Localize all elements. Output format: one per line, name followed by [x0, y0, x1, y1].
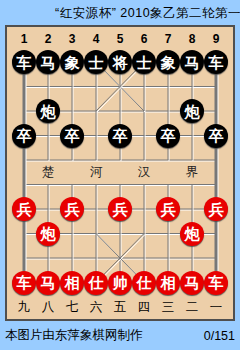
black-piece-p: 卒 [156, 124, 180, 148]
river-char: 汉 [138, 164, 151, 181]
red-piece-b: 相 [156, 271, 180, 295]
black-piece-n: 马 [180, 50, 204, 74]
file-label: 4 [93, 32, 100, 46]
file-label: 三 [162, 299, 175, 316]
file-label: 8 [189, 32, 196, 46]
black-piece-n: 马 [36, 50, 60, 74]
black-piece-b: 象 [60, 50, 84, 74]
file-label: 2 [45, 32, 52, 46]
credit-text: 本图片由东萍象棋网制作 [5, 327, 143, 344]
black-piece-c: 炮 [180, 99, 204, 123]
red-piece-b: 相 [60, 271, 84, 295]
black-piece-a: 士 [84, 50, 108, 74]
file-label: 9 [213, 32, 220, 46]
red-piece-a: 仕 [132, 271, 156, 295]
file-label: 五 [114, 299, 127, 316]
black-piece-a: 士 [132, 50, 156, 74]
game-title: “红安源杯” 2010象乙第二轮第一场 [55, 5, 240, 22]
red-piece-c: 炮 [180, 222, 204, 246]
river-char: 河 [90, 164, 103, 181]
file-label: 九 [18, 299, 31, 316]
file-label: 1 [21, 32, 28, 46]
black-piece-p: 卒 [12, 124, 36, 148]
red-piece-p: 兵 [60, 197, 84, 221]
red-piece-a: 仕 [84, 271, 108, 295]
move-counter: 0/151 [204, 329, 235, 343]
file-label: 一 [210, 299, 223, 316]
red-piece-p: 兵 [204, 197, 228, 221]
river-char: 楚 [42, 164, 55, 181]
file-label: 5 [117, 32, 124, 46]
red-piece-n: 马 [180, 271, 204, 295]
red-piece-p: 兵 [108, 197, 132, 221]
status-bar: 本图片由东萍象棋网制作 0/151 [0, 321, 240, 350]
file-label: 3 [69, 32, 76, 46]
black-piece-k: 将 [108, 50, 132, 74]
black-piece-b: 象 [156, 50, 180, 74]
file-label: 七 [66, 299, 79, 316]
viewer-page: “红安源杯” 2010象乙第二轮第一场 123456789 楚河汉界 车马象士将… [0, 0, 240, 350]
red-piece-c: 炮 [36, 222, 60, 246]
red-piece-k: 帅 [108, 271, 132, 295]
file-label: 六 [90, 299, 103, 316]
red-piece-n: 马 [36, 271, 60, 295]
black-piece-c: 炮 [36, 99, 60, 123]
red-piece-r: 车 [12, 271, 36, 295]
red-piece-p: 兵 [12, 197, 36, 221]
file-label: 二 [186, 299, 199, 316]
file-label: 四 [138, 299, 151, 316]
river-char: 界 [186, 164, 199, 181]
black-piece-r: 车 [204, 50, 228, 74]
file-label: 7 [165, 32, 172, 46]
file-label: 6 [141, 32, 148, 46]
red-piece-p: 兵 [156, 197, 180, 221]
xiangqi-board: 123456789 楚河汉界 车马象士将士象马车炮炮卒卒卒卒卒兵兵兵兵兵炮炮车马… [5, 25, 235, 321]
red-piece-r: 车 [204, 271, 228, 295]
black-piece-p: 卒 [108, 124, 132, 148]
file-label: 八 [42, 299, 55, 316]
black-piece-p: 卒 [60, 124, 84, 148]
black-piece-p: 卒 [204, 124, 228, 148]
black-piece-r: 车 [12, 50, 36, 74]
